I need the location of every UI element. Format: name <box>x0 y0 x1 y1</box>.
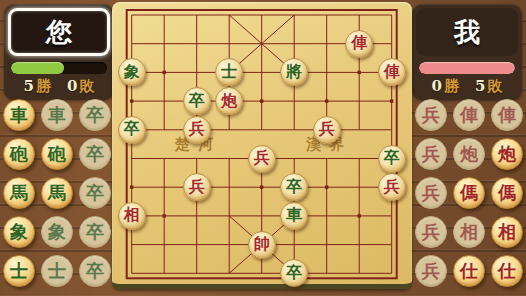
board-piece-red[interactable]: 兵 <box>248 145 276 173</box>
board-piece-green[interactable]: 卒 <box>118 116 146 144</box>
tray-piece-green-alive: 卒 <box>79 216 111 248</box>
win-rate-bar-right <box>419 62 515 74</box>
player-name-box-left: 您 <box>8 8 110 56</box>
tray-piece-green-alive: 卒 <box>79 138 111 170</box>
tray-piece-red-alive: 炮 <box>453 138 485 170</box>
losses-label-left: 敗 <box>79 77 94 95</box>
tray-piece-red-alive: 相 <box>453 216 485 248</box>
board-piece-red[interactable]: 兵 <box>183 116 211 144</box>
tray-piece-red-alive: 俥 <box>491 99 523 131</box>
tray-left-green: 車車卒砲砲卒馬馬卒象象卒士士卒 <box>0 95 114 290</box>
board-piece-red[interactable]: 相 <box>118 202 146 230</box>
tray-right-red: 兵俥俥兵炮炮兵傌傌兵相相兵仕仕 <box>412 95 526 290</box>
win-rate-bar-fill-right <box>419 62 515 74</box>
tray-piece-red-captured: 仕 <box>453 255 485 287</box>
tray-piece-red-captured: 相 <box>491 216 523 248</box>
board-piece-red[interactable]: 兵 <box>378 173 406 201</box>
tray-piece-red-captured: 炮 <box>491 138 523 170</box>
board-piece-green[interactable]: 卒 <box>378 145 406 173</box>
losses-left: 0敗 <box>67 77 94 95</box>
record-right: 0勝 5敗 <box>432 77 503 95</box>
tray-piece-red-captured: 仕 <box>491 255 523 287</box>
losses-count-right: 5 <box>475 77 485 95</box>
losses-right: 5敗 <box>475 77 502 95</box>
player-name-left: 您 <box>46 15 72 50</box>
wins-count-right: 0 <box>432 77 442 95</box>
win-rate-bar-left <box>11 62 107 74</box>
tray-piece-green-captured: 車 <box>3 99 35 131</box>
losses-count-left: 0 <box>67 77 77 95</box>
tray-piece-red-alive: 兵 <box>415 177 447 209</box>
tray-piece-green-alive: 卒 <box>79 99 111 131</box>
player-name-right: 我 <box>454 15 480 50</box>
player-panel-left: 您 5勝 0敗 <box>4 4 114 100</box>
tray-piece-green-alive: 士 <box>41 255 73 287</box>
tray-piece-green-alive: 卒 <box>79 177 111 209</box>
xiangqi-board[interactable]: 楚河 漢界 俥象士將俥卒炮卒兵兵兵卒兵卒兵相車帥卒 <box>112 2 412 289</box>
wins-label-left: 勝 <box>36 77 51 95</box>
win-rate-bar-fill-left <box>11 62 64 74</box>
tray-piece-green-captured: 象 <box>3 216 35 248</box>
board-piece-red[interactable]: 俥 <box>378 58 406 86</box>
tray-piece-green-captured: 馬 <box>41 177 73 209</box>
tray-piece-red-captured: 傌 <box>491 177 523 209</box>
wins-right: 0勝 <box>432 77 459 95</box>
losses-label-right: 敗 <box>487 77 502 95</box>
tray-piece-red-alive: 俥 <box>453 99 485 131</box>
tray-piece-green-captured: 士 <box>3 255 35 287</box>
tray-piece-red-alive: 兵 <box>415 216 447 248</box>
tray-piece-green-alive: 車 <box>41 99 73 131</box>
wins-left: 5勝 <box>24 77 51 95</box>
tray-piece-green-captured: 馬 <box>3 177 35 209</box>
board-piece-red[interactable]: 兵 <box>183 173 211 201</box>
board-piece-green[interactable]: 車 <box>280 202 308 230</box>
game-screen: 您 5勝 0敗 我 0勝 5敗 楚河 漢界 俥象士將俥卒炮卒兵兵兵卒兵卒兵相車帥… <box>0 0 526 296</box>
tray-piece-red-captured: 傌 <box>453 177 485 209</box>
tray-piece-green-alive: 卒 <box>79 255 111 287</box>
tray-piece-green-captured: 砲 <box>41 138 73 170</box>
board-piece-red[interactable]: 帥 <box>248 231 276 259</box>
player-panel-right: 我 0勝 5敗 <box>412 4 522 100</box>
board-piece-red[interactable]: 兵 <box>313 116 341 144</box>
tray-piece-red-alive: 兵 <box>415 255 447 287</box>
wins-label-right: 勝 <box>444 77 459 95</box>
board-piece-green[interactable]: 卒 <box>183 87 211 115</box>
tray-piece-red-alive: 兵 <box>415 138 447 170</box>
board-piece-red[interactable]: 俥 <box>345 30 373 58</box>
wins-count-left: 5 <box>24 77 34 95</box>
tray-piece-green-alive: 象 <box>41 216 73 248</box>
player-name-box-right: 我 <box>416 8 518 56</box>
board-piece-green[interactable]: 象 <box>118 58 146 86</box>
tray-piece-green-captured: 砲 <box>3 138 35 170</box>
record-left: 5勝 0敗 <box>24 77 95 95</box>
tray-piece-red-alive: 兵 <box>415 99 447 131</box>
